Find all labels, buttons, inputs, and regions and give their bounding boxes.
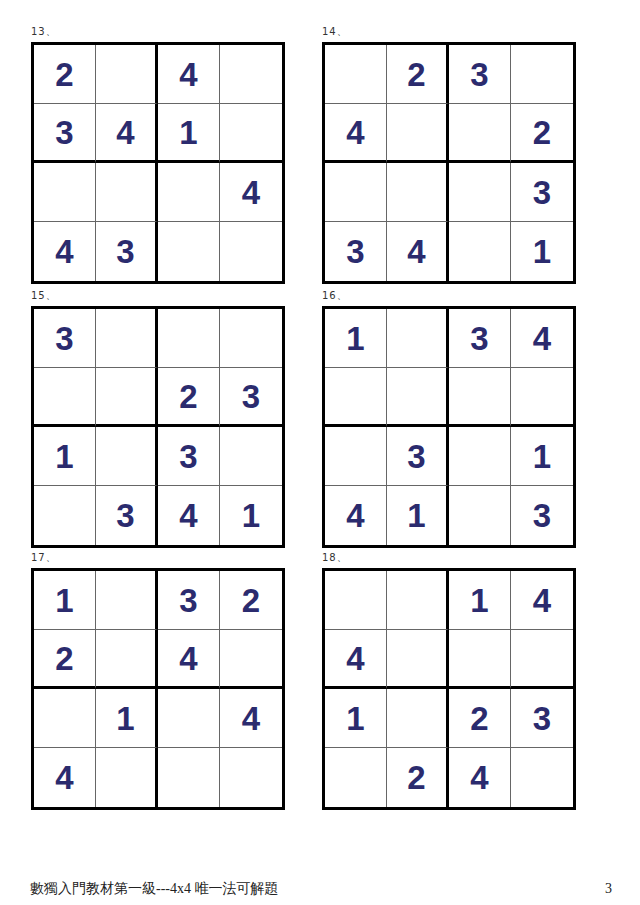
puzzle-13-cell-r2c2: 4 xyxy=(96,104,158,163)
puzzle-15-cell-r1c1: 3 xyxy=(34,309,96,368)
puzzle-16-cell-r2c1 xyxy=(325,368,387,427)
puzzle-13-cell-r3c2 xyxy=(96,163,158,222)
puzzle-13-cell-r2c1: 3 xyxy=(34,104,96,163)
puzzle-17-cell-r1c1: 1 xyxy=(34,571,96,630)
sudoku-board-14: 23423341 xyxy=(322,42,576,284)
puzzle-13: 13、 24341443 xyxy=(31,26,285,284)
sudoku-board-18: 14412324 xyxy=(322,568,576,810)
puzzle-15-cell-r4c4: 1 xyxy=(220,486,282,545)
puzzle-15-label: 15、 xyxy=(31,290,285,306)
puzzle-15-cell-r3c4 xyxy=(220,427,282,486)
puzzle-14: 14、 23423341 xyxy=(322,26,576,284)
puzzle-15-cell-r4c3: 4 xyxy=(158,486,220,545)
puzzle-16-cell-r3c1 xyxy=(325,427,387,486)
puzzle-13-cell-r1c1: 2 xyxy=(34,45,96,104)
puzzle-18-cell-r3c2 xyxy=(387,689,449,748)
puzzle-15-cell-r3c2 xyxy=(96,427,158,486)
puzzle-14-cell-r2c3 xyxy=(449,104,511,163)
puzzle-18-cell-r3c4: 3 xyxy=(511,689,573,748)
puzzle-13-cell-r4c1: 4 xyxy=(34,222,96,281)
sudoku-board-16: 13431413 xyxy=(322,306,576,548)
puzzle-13-label: 13、 xyxy=(31,26,285,42)
puzzle-13-cell-r1c4 xyxy=(220,45,282,104)
puzzle-13-cell-r2c3: 1 xyxy=(158,104,220,163)
puzzle-18-cell-r1c4: 4 xyxy=(511,571,573,630)
puzzle-14-cell-r3c1 xyxy=(325,163,387,222)
puzzle-18-cell-r2c1: 4 xyxy=(325,630,387,689)
puzzle-15-cell-r1c3 xyxy=(158,309,220,368)
puzzle-18-cell-r4c1 xyxy=(325,748,387,807)
puzzle-18-cell-r2c4 xyxy=(511,630,573,689)
puzzle-16-cell-r3c4: 1 xyxy=(511,427,573,486)
puzzle-16-cell-r1c1: 1 xyxy=(325,309,387,368)
puzzle-14-cell-r4c1: 3 xyxy=(325,222,387,281)
puzzle-16-cell-r2c3 xyxy=(449,368,511,427)
puzzle-13-cell-r4c4 xyxy=(220,222,282,281)
puzzle-16-cell-r4c1: 4 xyxy=(325,486,387,545)
puzzle-13-cell-r3c4: 4 xyxy=(220,163,282,222)
puzzle-17-cell-r3c3 xyxy=(158,689,220,748)
puzzle-18: 18、 14412324 xyxy=(322,552,576,810)
sudoku-board-17: 13224144 xyxy=(31,568,285,810)
puzzle-15-cell-r3c1: 1 xyxy=(34,427,96,486)
puzzle-15-cell-r2c1 xyxy=(34,368,96,427)
worksheet-page: 13、 24341443 14、 23423341 15、 32313341 1… xyxy=(0,0,640,905)
puzzle-15-cell-r4c2: 3 xyxy=(96,486,158,545)
puzzle-13-cell-r3c1 xyxy=(34,163,96,222)
puzzle-14-cell-r3c3 xyxy=(449,163,511,222)
puzzle-17-cell-r1c2 xyxy=(96,571,158,630)
puzzle-16-cell-r1c2 xyxy=(387,309,449,368)
puzzle-13-cell-r1c2 xyxy=(96,45,158,104)
puzzle-17-cell-r3c1 xyxy=(34,689,96,748)
puzzle-18-cell-r1c2 xyxy=(387,571,449,630)
puzzle-14-label: 14、 xyxy=(322,26,576,42)
puzzle-18-cell-r1c1 xyxy=(325,571,387,630)
puzzle-13-cell-r4c2: 3 xyxy=(96,222,158,281)
puzzle-16-cell-r1c3: 3 xyxy=(449,309,511,368)
puzzle-16-label: 16、 xyxy=(322,290,576,306)
puzzle-17-cell-r1c3: 3 xyxy=(158,571,220,630)
puzzle-16: 16、 13431413 xyxy=(322,290,576,548)
puzzle-14-cell-r1c2: 2 xyxy=(387,45,449,104)
puzzle-18-cell-r4c2: 2 xyxy=(387,748,449,807)
puzzle-15-cell-r1c4 xyxy=(220,309,282,368)
sudoku-board-15: 32313341 xyxy=(31,306,285,548)
page-footer: 數獨入門教材第一級---4x4 唯一法可解題 3 xyxy=(30,880,612,898)
puzzle-18-cell-r2c2 xyxy=(387,630,449,689)
puzzle-17-cell-r1c4: 2 xyxy=(220,571,282,630)
puzzle-15-cell-r2c4: 3 xyxy=(220,368,282,427)
puzzle-16-cell-r3c2: 3 xyxy=(387,427,449,486)
puzzle-14-cell-r4c4: 1 xyxy=(511,222,573,281)
puzzle-17-cell-r3c2: 1 xyxy=(96,689,158,748)
puzzle-14-cell-r1c4 xyxy=(511,45,573,104)
puzzle-17-cell-r4c1: 4 xyxy=(34,748,96,807)
puzzle-14-cell-r4c2: 4 xyxy=(387,222,449,281)
puzzle-15-cell-r2c3: 2 xyxy=(158,368,220,427)
puzzle-17-cell-r4c3 xyxy=(158,748,220,807)
puzzle-15-cell-r1c2 xyxy=(96,309,158,368)
puzzle-18-cell-r2c3 xyxy=(449,630,511,689)
page-number: 3 xyxy=(605,881,612,897)
footer-title: 數獨入門教材第一級---4x4 唯一法可解題 xyxy=(30,880,279,898)
puzzle-18-label: 18、 xyxy=(322,552,576,568)
puzzle-13-cell-r3c3 xyxy=(158,163,220,222)
puzzle-16-cell-r4c2: 1 xyxy=(387,486,449,545)
puzzle-17-cell-r2c4 xyxy=(220,630,282,689)
puzzle-13-cell-r2c4 xyxy=(220,104,282,163)
puzzle-14-cell-r2c1: 4 xyxy=(325,104,387,163)
puzzle-18-cell-r3c1: 1 xyxy=(325,689,387,748)
sudoku-board-13: 24341443 xyxy=(31,42,285,284)
puzzle-14-cell-r1c3: 3 xyxy=(449,45,511,104)
puzzle-13-cell-r1c3: 4 xyxy=(158,45,220,104)
puzzle-14-cell-r4c3 xyxy=(449,222,511,281)
puzzle-18-cell-r1c3: 1 xyxy=(449,571,511,630)
puzzle-14-cell-r1c1 xyxy=(325,45,387,104)
puzzle-15-cell-r2c2 xyxy=(96,368,158,427)
puzzle-16-cell-r3c3 xyxy=(449,427,511,486)
puzzle-18-cell-r4c4 xyxy=(511,748,573,807)
puzzle-13-cell-r4c3 xyxy=(158,222,220,281)
puzzle-16-cell-r2c2 xyxy=(387,368,449,427)
puzzle-17-label: 17、 xyxy=(31,552,285,568)
puzzle-18-cell-r4c3: 4 xyxy=(449,748,511,807)
puzzle-17-cell-r2c2 xyxy=(96,630,158,689)
puzzle-17: 17、 13224144 xyxy=(31,552,285,810)
puzzle-16-cell-r4c4: 3 xyxy=(511,486,573,545)
puzzle-16-cell-r4c3 xyxy=(449,486,511,545)
puzzle-17-cell-r4c2 xyxy=(96,748,158,807)
puzzle-14-cell-r3c4: 3 xyxy=(511,163,573,222)
puzzle-14-cell-r2c4: 2 xyxy=(511,104,573,163)
puzzle-14-cell-r3c2 xyxy=(387,163,449,222)
puzzle-17-cell-r3c4: 4 xyxy=(220,689,282,748)
puzzle-15: 15、 32313341 xyxy=(31,290,285,548)
puzzle-16-cell-r1c4: 4 xyxy=(511,309,573,368)
puzzle-15-cell-r3c3: 3 xyxy=(158,427,220,486)
puzzle-15-cell-r4c1 xyxy=(34,486,96,545)
puzzle-16-cell-r2c4 xyxy=(511,368,573,427)
puzzle-14-cell-r2c2 xyxy=(387,104,449,163)
puzzle-18-cell-r3c3: 2 xyxy=(449,689,511,748)
puzzle-17-cell-r2c1: 2 xyxy=(34,630,96,689)
puzzle-17-cell-r4c4 xyxy=(220,748,282,807)
puzzle-17-cell-r2c3: 4 xyxy=(158,630,220,689)
